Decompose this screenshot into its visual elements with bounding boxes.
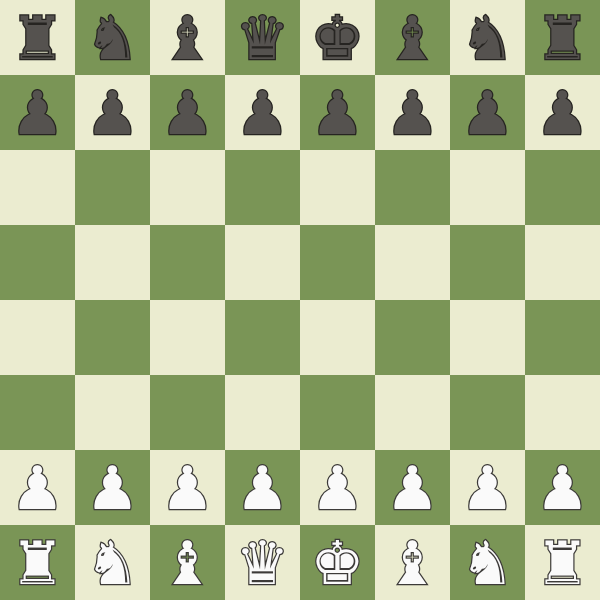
square-h5[interactable] xyxy=(525,225,600,300)
piece-black-king[interactable]: ♚ xyxy=(311,8,365,68)
piece-black-pawn[interactable]: ♟ xyxy=(86,83,140,143)
square-a1[interactable]: ♜ xyxy=(0,525,75,600)
piece-white-knight[interactable]: ♞ xyxy=(461,533,515,593)
square-g8[interactable]: ♞ xyxy=(450,0,525,75)
square-a3[interactable] xyxy=(0,375,75,450)
square-f2[interactable]: ♟ xyxy=(375,450,450,525)
square-c2[interactable]: ♟ xyxy=(150,450,225,525)
square-b4[interactable] xyxy=(75,300,150,375)
piece-white-pawn[interactable]: ♟ xyxy=(386,458,440,518)
square-b1[interactable]: ♞ xyxy=(75,525,150,600)
square-h2[interactable]: ♟ xyxy=(525,450,600,525)
square-g4[interactable] xyxy=(450,300,525,375)
square-d2[interactable]: ♟ xyxy=(225,450,300,525)
square-d3[interactable] xyxy=(225,375,300,450)
square-h6[interactable] xyxy=(525,150,600,225)
piece-black-pawn[interactable]: ♟ xyxy=(311,83,365,143)
square-f7[interactable]: ♟ xyxy=(375,75,450,150)
square-d7[interactable]: ♟ xyxy=(225,75,300,150)
square-c6[interactable] xyxy=(150,150,225,225)
square-a7[interactable]: ♟ xyxy=(0,75,75,150)
piece-black-knight[interactable]: ♞ xyxy=(461,8,515,68)
square-e8[interactable]: ♚ xyxy=(300,0,375,75)
square-f3[interactable] xyxy=(375,375,450,450)
square-b2[interactable]: ♟ xyxy=(75,450,150,525)
square-b6[interactable] xyxy=(75,150,150,225)
piece-white-pawn[interactable]: ♟ xyxy=(161,458,215,518)
square-d4[interactable] xyxy=(225,300,300,375)
square-c8[interactable]: ♝ xyxy=(150,0,225,75)
square-d5[interactable] xyxy=(225,225,300,300)
square-g7[interactable]: ♟ xyxy=(450,75,525,150)
square-a2[interactable]: ♟ xyxy=(0,450,75,525)
square-a4[interactable] xyxy=(0,300,75,375)
piece-white-king[interactable]: ♚ xyxy=(311,533,365,593)
square-f4[interactable] xyxy=(375,300,450,375)
square-d6[interactable] xyxy=(225,150,300,225)
piece-black-pawn[interactable]: ♟ xyxy=(461,83,515,143)
piece-black-knight[interactable]: ♞ xyxy=(86,8,140,68)
piece-white-rook[interactable]: ♜ xyxy=(536,533,590,593)
square-g2[interactable]: ♟ xyxy=(450,450,525,525)
square-e2[interactable]: ♟ xyxy=(300,450,375,525)
square-g1[interactable]: ♞ xyxy=(450,525,525,600)
square-h1[interactable]: ♜ xyxy=(525,525,600,600)
piece-white-queen[interactable]: ♛ xyxy=(236,533,290,593)
square-b5[interactable] xyxy=(75,225,150,300)
piece-white-knight[interactable]: ♞ xyxy=(86,533,140,593)
square-h4[interactable] xyxy=(525,300,600,375)
square-c1[interactable]: ♝ xyxy=(150,525,225,600)
piece-white-pawn[interactable]: ♟ xyxy=(11,458,65,518)
piece-white-pawn[interactable]: ♟ xyxy=(86,458,140,518)
square-b7[interactable]: ♟ xyxy=(75,75,150,150)
square-d8[interactable]: ♛ xyxy=(225,0,300,75)
square-e7[interactable]: ♟ xyxy=(300,75,375,150)
piece-white-rook[interactable]: ♜ xyxy=(11,533,65,593)
piece-white-pawn[interactable]: ♟ xyxy=(311,458,365,518)
square-e3[interactable] xyxy=(300,375,375,450)
square-b3[interactable] xyxy=(75,375,150,450)
piece-black-pawn[interactable]: ♟ xyxy=(386,83,440,143)
piece-black-rook[interactable]: ♜ xyxy=(11,8,65,68)
square-d1[interactable]: ♛ xyxy=(225,525,300,600)
square-a8[interactable]: ♜ xyxy=(0,0,75,75)
piece-white-pawn[interactable]: ♟ xyxy=(536,458,590,518)
piece-white-pawn[interactable]: ♟ xyxy=(461,458,515,518)
square-f1[interactable]: ♝ xyxy=(375,525,450,600)
square-h7[interactable]: ♟ xyxy=(525,75,600,150)
piece-black-bishop[interactable]: ♝ xyxy=(161,8,215,68)
square-c5[interactable] xyxy=(150,225,225,300)
piece-white-pawn[interactable]: ♟ xyxy=(236,458,290,518)
square-c3[interactable] xyxy=(150,375,225,450)
piece-black-queen[interactable]: ♛ xyxy=(236,8,290,68)
square-a6[interactable] xyxy=(0,150,75,225)
square-e4[interactable] xyxy=(300,300,375,375)
square-c7[interactable]: ♟ xyxy=(150,75,225,150)
square-g3[interactable] xyxy=(450,375,525,450)
piece-black-pawn[interactable]: ♟ xyxy=(161,83,215,143)
piece-white-bishop[interactable]: ♝ xyxy=(386,533,440,593)
square-b8[interactable]: ♞ xyxy=(75,0,150,75)
square-f5[interactable] xyxy=(375,225,450,300)
square-e1[interactable]: ♚ xyxy=(300,525,375,600)
piece-black-bishop[interactable]: ♝ xyxy=(386,8,440,68)
square-f6[interactable] xyxy=(375,150,450,225)
piece-black-pawn[interactable]: ♟ xyxy=(11,83,65,143)
square-a5[interactable] xyxy=(0,225,75,300)
square-f8[interactable]: ♝ xyxy=(375,0,450,75)
piece-black-pawn[interactable]: ♟ xyxy=(536,83,590,143)
square-h3[interactable] xyxy=(525,375,600,450)
square-g6[interactable] xyxy=(450,150,525,225)
chess-board: ♜♞♝♛♚♝♞♜♟♟♟♟♟♟♟♟♟♟♟♟♟♟♟♟♜♞♝♛♚♝♞♜ xyxy=(0,0,600,600)
square-e5[interactable] xyxy=(300,225,375,300)
square-g5[interactable] xyxy=(450,225,525,300)
square-c4[interactable] xyxy=(150,300,225,375)
piece-black-rook[interactable]: ♜ xyxy=(536,8,590,68)
piece-black-pawn[interactable]: ♟ xyxy=(236,83,290,143)
piece-white-bishop[interactable]: ♝ xyxy=(161,533,215,593)
square-e6[interactable] xyxy=(300,150,375,225)
square-h8[interactable]: ♜ xyxy=(525,0,600,75)
